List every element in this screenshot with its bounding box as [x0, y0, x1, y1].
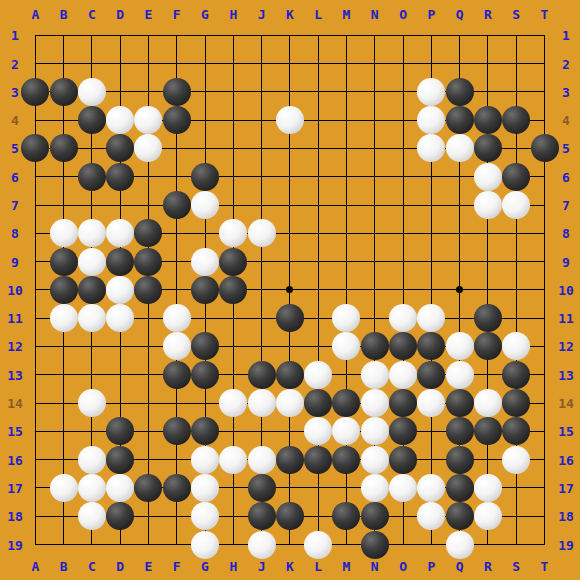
column-label-bottom: J: [258, 559, 266, 574]
black-stone-J17: [248, 474, 276, 502]
white-stone-G19: [191, 531, 219, 559]
row-label-right: 13: [558, 367, 574, 382]
black-stone-Q16: [446, 446, 474, 474]
white-stone-K14: [276, 389, 304, 417]
column-label-top: C: [88, 7, 96, 22]
black-stone-R12: [474, 332, 502, 360]
row-label-left: 14: [7, 396, 23, 411]
black-stone-Q14: [446, 389, 474, 417]
black-stone-P13: [417, 361, 445, 389]
white-stone-S7: [502, 191, 530, 219]
black-stone-L16: [304, 446, 332, 474]
column-label-top: P: [427, 7, 435, 22]
black-stone-B3: [50, 78, 78, 106]
white-stone-N16: [361, 446, 389, 474]
row-label-left: 19: [7, 537, 23, 552]
white-stone-O13: [389, 361, 417, 389]
black-stone-O14: [389, 389, 417, 417]
black-stone-F13: [163, 361, 191, 389]
white-stone-G17: [191, 474, 219, 502]
column-label-top: R: [484, 7, 492, 22]
black-stone-D15: [106, 417, 134, 445]
black-stone-F17: [163, 474, 191, 502]
column-label-bottom: G: [201, 559, 209, 574]
black-stone-A3: [21, 78, 49, 106]
white-stone-P18: [417, 502, 445, 530]
white-stone-C18: [78, 502, 106, 530]
row-label-left: 7: [11, 198, 19, 213]
column-label-top: E: [145, 7, 153, 22]
column-label-top: L: [314, 7, 322, 22]
column-label-top: N: [371, 7, 379, 22]
white-stone-M11: [332, 304, 360, 332]
row-label-left: 1: [11, 28, 19, 43]
white-stone-O17: [389, 474, 417, 502]
column-label-top: G: [201, 7, 209, 22]
black-stone-R5: [474, 134, 502, 162]
black-stone-C4: [78, 106, 106, 134]
white-stone-Q13: [446, 361, 474, 389]
row-label-left: 13: [7, 367, 23, 382]
column-label-top: Q: [456, 7, 464, 22]
black-stone-J13: [248, 361, 276, 389]
black-stone-C6: [78, 163, 106, 191]
row-label-left: 16: [7, 452, 23, 467]
row-label-left: 11: [7, 311, 23, 326]
row-label-left: 3: [11, 84, 19, 99]
column-label-top: H: [229, 7, 237, 22]
column-label-bottom: K: [286, 559, 294, 574]
row-label-right: 10: [558, 282, 574, 297]
row-label-right: 5: [562, 141, 570, 156]
white-stone-R6: [474, 163, 502, 191]
black-stone-D6: [106, 163, 134, 191]
column-label-bottom: E: [145, 559, 153, 574]
black-stone-Q3: [446, 78, 474, 106]
black-stone-O12: [389, 332, 417, 360]
black-stone-Q4: [446, 106, 474, 134]
black-stone-O16: [389, 446, 417, 474]
white-stone-N13: [361, 361, 389, 389]
white-stone-O11: [389, 304, 417, 332]
row-label-left: 15: [7, 424, 23, 439]
black-stone-B5: [50, 134, 78, 162]
black-stone-K13: [276, 361, 304, 389]
column-label-bottom: S: [512, 559, 520, 574]
black-stone-F4: [163, 106, 191, 134]
white-stone-D10: [106, 276, 134, 304]
white-stone-N14: [361, 389, 389, 417]
white-stone-G18: [191, 502, 219, 530]
white-stone-D4: [106, 106, 134, 134]
black-stone-D9: [106, 248, 134, 276]
column-label-bottom: M: [343, 559, 351, 574]
row-label-left: 6: [11, 169, 19, 184]
column-label-top: M: [343, 7, 351, 22]
row-label-right: 6: [562, 169, 570, 184]
black-stone-Q17: [446, 474, 474, 502]
column-label-bottom: Q: [456, 559, 464, 574]
black-stone-B10: [50, 276, 78, 304]
black-stone-K18: [276, 502, 304, 530]
white-stone-C8: [78, 219, 106, 247]
black-stone-M16: [332, 446, 360, 474]
black-stone-M14: [332, 389, 360, 417]
black-stone-K16: [276, 446, 304, 474]
star-point: [456, 286, 463, 293]
white-stone-M15: [332, 417, 360, 445]
black-stone-G13: [191, 361, 219, 389]
column-label-bottom: H: [229, 559, 237, 574]
black-stone-E9: [134, 248, 162, 276]
white-stone-R17: [474, 474, 502, 502]
column-label-bottom: C: [88, 559, 96, 574]
row-label-left: 10: [7, 282, 23, 297]
row-label-left: 18: [7, 509, 23, 524]
black-stone-Q15: [446, 417, 474, 445]
black-stone-E17: [134, 474, 162, 502]
black-stone-D5: [106, 134, 134, 162]
white-stone-B11: [50, 304, 78, 332]
white-stone-D11: [106, 304, 134, 332]
column-label-top: A: [31, 7, 39, 22]
row-label-right: 9: [562, 254, 570, 269]
column-label-bottom: F: [173, 559, 181, 574]
white-stone-M12: [332, 332, 360, 360]
column-label-top: S: [512, 7, 520, 22]
white-stone-P4: [417, 106, 445, 134]
go-board[interactable]: AABBCCDDEEFFGGHHJJKKLLMMNNOOPPQQRRSSTT11…: [0, 0, 580, 580]
row-label-left: 9: [11, 254, 19, 269]
column-label-top: O: [399, 7, 407, 22]
white-stone-F12: [163, 332, 191, 360]
column-label-top: J: [258, 7, 266, 22]
white-stone-G9: [191, 248, 219, 276]
row-label-right: 3: [562, 84, 570, 99]
column-label-bottom: D: [116, 559, 124, 574]
black-stone-C10: [78, 276, 106, 304]
black-stone-G6: [191, 163, 219, 191]
black-stone-E10: [134, 276, 162, 304]
row-label-right: 2: [562, 56, 570, 71]
black-stone-D16: [106, 446, 134, 474]
black-stone-L14: [304, 389, 332, 417]
column-label-bottom: L: [314, 559, 322, 574]
row-label-right: 1: [562, 28, 570, 43]
white-stone-D8: [106, 219, 134, 247]
white-stone-P17: [417, 474, 445, 502]
white-stone-R18: [474, 502, 502, 530]
white-stone-S16: [502, 446, 530, 474]
row-label-right: 14: [558, 396, 574, 411]
white-stone-C16: [78, 446, 106, 474]
row-label-right: 4: [562, 113, 570, 128]
black-stone-F7: [163, 191, 191, 219]
white-stone-J19: [248, 531, 276, 559]
row-label-right: 19: [558, 537, 574, 552]
white-stone-J16: [248, 446, 276, 474]
column-label-bottom: P: [427, 559, 435, 574]
black-stone-G10: [191, 276, 219, 304]
black-stone-R11: [474, 304, 502, 332]
white-stone-F11: [163, 304, 191, 332]
black-stone-R4: [474, 106, 502, 134]
white-stone-H14: [219, 389, 247, 417]
column-label-top: D: [116, 7, 124, 22]
white-stone-J14: [248, 389, 276, 417]
row-label-right: 16: [558, 452, 574, 467]
black-stone-F15: [163, 417, 191, 445]
white-stone-C3: [78, 78, 106, 106]
white-stone-R14: [474, 389, 502, 417]
row-label-left: 5: [11, 141, 19, 156]
white-stone-G16: [191, 446, 219, 474]
white-stone-E4: [134, 106, 162, 134]
black-stone-A5: [21, 134, 49, 162]
white-stone-Q12: [446, 332, 474, 360]
column-label-bottom: O: [399, 559, 407, 574]
white-stone-L13: [304, 361, 332, 389]
white-stone-H8: [219, 219, 247, 247]
white-stone-L19: [304, 531, 332, 559]
black-stone-K11: [276, 304, 304, 332]
white-stone-Q5: [446, 134, 474, 162]
black-stone-S4: [502, 106, 530, 134]
white-stone-R7: [474, 191, 502, 219]
row-label-left: 8: [11, 226, 19, 241]
black-stone-E8: [134, 219, 162, 247]
white-stone-N15: [361, 417, 389, 445]
white-stone-H16: [219, 446, 247, 474]
black-stone-O15: [389, 417, 417, 445]
row-label-right: 17: [558, 480, 574, 495]
row-label-left: 17: [7, 480, 23, 495]
row-label-right: 12: [558, 339, 574, 354]
white-stone-C14: [78, 389, 106, 417]
white-stone-P5: [417, 134, 445, 162]
white-stone-E5: [134, 134, 162, 162]
white-stone-D17: [106, 474, 134, 502]
black-stone-G12: [191, 332, 219, 360]
black-stone-S13: [502, 361, 530, 389]
grid-line-vertical: [544, 35, 545, 545]
column-label-bottom: N: [371, 559, 379, 574]
black-stone-H10: [219, 276, 247, 304]
white-stone-Q19: [446, 531, 474, 559]
black-stone-J18: [248, 502, 276, 530]
row-label-right: 11: [558, 311, 574, 326]
column-label-bottom: A: [31, 559, 39, 574]
black-stone-H9: [219, 248, 247, 276]
white-stone-S12: [502, 332, 530, 360]
white-stone-B8: [50, 219, 78, 247]
star-point: [286, 286, 293, 293]
column-label-bottom: B: [60, 559, 68, 574]
black-stone-D18: [106, 502, 134, 530]
black-stone-N12: [361, 332, 389, 360]
black-stone-Q18: [446, 502, 474, 530]
white-stone-P3: [417, 78, 445, 106]
row-label-left: 12: [7, 339, 23, 354]
white-stone-N17: [361, 474, 389, 502]
white-stone-C17: [78, 474, 106, 502]
black-stone-T5: [531, 134, 559, 162]
black-stone-R15: [474, 417, 502, 445]
white-stone-L15: [304, 417, 332, 445]
column-label-top: F: [173, 7, 181, 22]
black-stone-M18: [332, 502, 360, 530]
column-label-bottom: T: [541, 559, 549, 574]
column-label-top: K: [286, 7, 294, 22]
black-stone-S14: [502, 389, 530, 417]
white-stone-J8: [248, 219, 276, 247]
row-label-left: 4: [11, 113, 19, 128]
row-label-right: 18: [558, 509, 574, 524]
white-stone-P14: [417, 389, 445, 417]
black-stone-G15: [191, 417, 219, 445]
column-label-top: B: [60, 7, 68, 22]
white-stone-G7: [191, 191, 219, 219]
black-stone-B9: [50, 248, 78, 276]
white-stone-K4: [276, 106, 304, 134]
black-stone-F3: [163, 78, 191, 106]
white-stone-C9: [78, 248, 106, 276]
column-label-top: T: [541, 7, 549, 22]
black-stone-P12: [417, 332, 445, 360]
row-label-right: 7: [562, 198, 570, 213]
row-label-right: 15: [558, 424, 574, 439]
black-stone-S6: [502, 163, 530, 191]
row-label-left: 2: [11, 56, 19, 71]
black-stone-N18: [361, 502, 389, 530]
row-label-right: 8: [562, 226, 570, 241]
white-stone-B17: [50, 474, 78, 502]
column-label-bottom: R: [484, 559, 492, 574]
black-stone-N19: [361, 531, 389, 559]
white-stone-C11: [78, 304, 106, 332]
black-stone-S15: [502, 417, 530, 445]
white-stone-P11: [417, 304, 445, 332]
